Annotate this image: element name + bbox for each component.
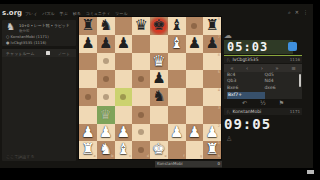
white-pawn-piece: ♟ bbox=[168, 124, 186, 142]
player-bar-white[interactable]: ♘ KonstanMobi 1171 bbox=[224, 108, 302, 115]
move-dest-dot bbox=[191, 23, 197, 29]
square-g1[interactable]: g bbox=[186, 141, 204, 159]
move-nav-toolbar: «‹›»≡ bbox=[224, 64, 302, 72]
menu-icon[interactable]: ⋮ bbox=[303, 9, 308, 16]
tab-chat-room[interactable]: チャットルーム bbox=[6, 51, 35, 56]
black-pawn-piece: ♟ bbox=[150, 70, 168, 88]
nav-item[interactable]: パズル bbox=[42, 11, 54, 16]
black-pawn-piece: ♟ bbox=[115, 35, 133, 53]
game-meta-line2: 数分前 bbox=[19, 29, 30, 33]
square-f4[interactable] bbox=[168, 88, 186, 106]
square-b5[interactable] bbox=[97, 70, 115, 88]
square-e7[interactable] bbox=[150, 35, 168, 53]
black-pawn-piece: ♟ bbox=[186, 35, 204, 53]
square-b4[interactable] bbox=[97, 88, 115, 106]
square-f5[interactable] bbox=[168, 70, 186, 88]
square-h3[interactable]: 3 bbox=[203, 106, 221, 124]
black-pawn-piece: ♟ bbox=[203, 35, 221, 53]
white-pawn-piece: ♟ bbox=[186, 124, 204, 142]
square-f2[interactable]: ♟ bbox=[168, 124, 186, 142]
resign-flag-icon[interactable]: ⚑ bbox=[279, 99, 284, 107]
letterbox-right bbox=[313, 4, 320, 168]
clock-white: 09:05 bbox=[224, 116, 271, 132]
square-h4[interactable]: 4 bbox=[203, 88, 221, 106]
square-a1[interactable]: ♜a bbox=[79, 141, 97, 159]
next-move-icon[interactable]: › bbox=[261, 64, 263, 72]
player-name: KonstanMobi bbox=[232, 109, 289, 114]
knight-icon: ♞ bbox=[6, 22, 15, 32]
meta-player-black[interactable]: ● IvCbgt3535 (1116) bbox=[6, 40, 46, 45]
square-a4[interactable] bbox=[79, 88, 97, 106]
move-dest-dot bbox=[138, 147, 144, 153]
square-g5[interactable] bbox=[186, 70, 204, 88]
video-frame: s.org プレイパズル学ぶ観るコミュニティツール ⌕✕⋮ ♞ 10+0 • レ… bbox=[0, 0, 320, 180]
ghost-piece: ♛ bbox=[97, 107, 115, 123]
nav-item[interactable]: ツール bbox=[115, 11, 127, 16]
square-d5[interactable] bbox=[132, 70, 150, 88]
square-f3[interactable] bbox=[168, 106, 186, 124]
coordinate-label: a bbox=[94, 155, 96, 159]
header-nav: プレイパズル学ぶ観るコミュニティツール bbox=[25, 11, 128, 16]
move-2[interactable]: Qd5 bbox=[265, 72, 303, 79]
white-pawn-piece: ♟ bbox=[97, 124, 115, 142]
square-b1[interactable]: ♞b bbox=[97, 141, 115, 159]
settings-button[interactable] bbox=[288, 42, 297, 51]
move-list: Bc4Qd5Qb3Nd4Bxe6dxe6Bxf7+ bbox=[224, 72, 302, 99]
square-f8[interactable]: ♝ bbox=[168, 17, 186, 35]
square-g2[interactable]: ♟ bbox=[186, 124, 204, 142]
black-knight-piece: ♞ bbox=[150, 88, 168, 106]
coordinate-label: g bbox=[200, 155, 202, 159]
black-pawn-piece: ♟ bbox=[97, 35, 115, 53]
nav-item[interactable]: 観る bbox=[73, 11, 81, 16]
lichess-logo[interactable]: s.org bbox=[2, 9, 22, 17]
square-c2[interactable]: ♟ bbox=[115, 124, 133, 142]
coordinate-label: e bbox=[165, 155, 167, 159]
square-e6[interactable]: ♛ bbox=[150, 53, 168, 71]
square-b2[interactable]: ♟ bbox=[97, 124, 115, 142]
square-e1[interactable]: ♚e bbox=[150, 141, 168, 159]
square-g6[interactable] bbox=[186, 53, 204, 71]
coordinate-label: 8 bbox=[218, 18, 220, 22]
chat-input-placeholder[interactable]: ここで議論する bbox=[6, 154, 34, 159]
move-list-scrollbar[interactable] bbox=[299, 74, 301, 87]
square-e8[interactable]: ♚ bbox=[150, 17, 168, 35]
tournament-icon: ♙ bbox=[226, 135, 232, 143]
coordinate-label: b bbox=[111, 155, 113, 159]
coordinate-label: 2 bbox=[218, 125, 220, 129]
square-c5[interactable] bbox=[115, 70, 133, 88]
square-a6[interactable] bbox=[79, 53, 97, 71]
zen-cloud-icon: ☁ bbox=[224, 31, 232, 40]
move-5[interactable]: Bxe6 bbox=[227, 85, 265, 92]
square-g8[interactable] bbox=[186, 17, 204, 35]
square-h1[interactable]: ♜h1 bbox=[203, 141, 221, 159]
move-dest-dot bbox=[103, 76, 109, 82]
nav-item[interactable]: プレイ bbox=[25, 11, 37, 16]
white-pawn-piece: ♟ bbox=[79, 124, 97, 142]
square-g7[interactable]: ♟ bbox=[186, 35, 204, 53]
coordinate-label: 6 bbox=[218, 54, 220, 58]
letterbox-top bbox=[0, 0, 320, 4]
move-7[interactable]: Bxf7+ bbox=[227, 92, 265, 99]
square-d6[interactable] bbox=[132, 53, 150, 71]
square-f6[interactable] bbox=[168, 53, 186, 71]
square-h2[interactable]: ♟2 bbox=[203, 124, 221, 142]
draw-offer-icon[interactable]: ½ bbox=[260, 99, 266, 107]
square-c8[interactable] bbox=[115, 17, 133, 35]
chat-header: チャットルーム ノート bbox=[2, 49, 76, 57]
square-c3[interactable] bbox=[115, 106, 133, 124]
square-e3[interactable] bbox=[150, 106, 168, 124]
white-queen-piece: ♛ bbox=[150, 53, 168, 71]
game-action-buttons: ↶½⚑ bbox=[224, 99, 302, 107]
square-b7[interactable]: ♟ bbox=[97, 35, 115, 53]
square-d1[interactable]: d bbox=[132, 141, 150, 159]
square-c1[interactable]: ♝c bbox=[115, 141, 133, 159]
square-d4[interactable] bbox=[132, 88, 150, 106]
white-king-piece: ♚ bbox=[150, 141, 168, 159]
square-h6[interactable]: 6 bbox=[203, 53, 221, 71]
lichess-page: s.org プレイパズル学ぶ観るコミュニティツール ⌕✕⋮ ♞ 10+0 • レ… bbox=[0, 4, 320, 168]
coordinate-label: 3 bbox=[218, 107, 220, 111]
coordinate-label: d bbox=[147, 155, 149, 159]
square-h8[interactable]: ♜8 bbox=[203, 17, 221, 35]
player-piece-icon: ♘ bbox=[226, 57, 230, 63]
white-bishop-piece: ♝ bbox=[168, 35, 186, 53]
game-meta-line1: 10+0 • レート戦 • ラピッド bbox=[19, 23, 70, 28]
square-d7[interactable] bbox=[132, 35, 150, 53]
coordinate-label: 4 bbox=[218, 89, 220, 93]
white-bishop-piece: ♝ bbox=[115, 141, 133, 159]
first-move-icon[interactable]: « bbox=[230, 64, 233, 72]
player-bar-black[interactable]: ♘ IvCbgt3535 1116 bbox=[224, 56, 302, 63]
black-bishop-piece: ♝ bbox=[168, 17, 186, 35]
search-icon[interactable]: ⌕ bbox=[288, 9, 291, 16]
board-menu-icon[interactable]: ≡ bbox=[291, 64, 296, 72]
square-f1[interactable]: f bbox=[168, 141, 186, 159]
square-c7[interactable]: ♟ bbox=[115, 35, 133, 53]
move-1[interactable]: Bc4 bbox=[227, 72, 265, 79]
meta-player-white[interactable]: ○ KonstanMobi (1171) bbox=[6, 34, 49, 39]
crosstable-score: 0 bbox=[217, 161, 220, 166]
square-d8[interactable]: ♛ bbox=[132, 17, 150, 35]
white-rook-piece: ♜ bbox=[79, 141, 97, 159]
square-d2[interactable] bbox=[132, 124, 150, 142]
crosstable-name: KonstanMobi bbox=[157, 161, 183, 166]
chat-panel: チャットルーム ノート ここで議論する bbox=[2, 49, 76, 161]
move-dest-dot bbox=[103, 94, 109, 100]
white-pawn-piece: ♟ bbox=[115, 124, 133, 142]
square-b6[interactable] bbox=[97, 53, 115, 71]
square-c6[interactable] bbox=[115, 53, 133, 71]
square-a2[interactable]: ♟ bbox=[79, 124, 97, 142]
game-meta-panel: ♞ 10+0 • レート戦 • ラピッド 数分前 ○ KonstanMobi (… bbox=[2, 20, 76, 46]
square-e2[interactable] bbox=[150, 124, 168, 142]
white-rook-piece: ♜ bbox=[203, 141, 221, 159]
square-h5[interactable]: 5 bbox=[203, 70, 221, 88]
nav-item[interactable]: 学ぶ bbox=[60, 11, 68, 16]
move-dest-dot bbox=[120, 94, 126, 100]
close-icon[interactable]: ✕ bbox=[295, 9, 299, 16]
square-a7[interactable]: ♟ bbox=[79, 35, 97, 53]
chat-toggle[interactable] bbox=[46, 51, 50, 55]
chess-board: ♜♞♛♚♝♜8♟♟♟♝♟♟7♛6♟5♞4♛3♟♟♟♟♟♟2♜a♞b♝cd♚efg… bbox=[79, 17, 221, 159]
player-name: IvCbgt3535 bbox=[232, 57, 289, 62]
square-g3[interactable] bbox=[186, 106, 204, 124]
move-4[interactable]: Nd4 bbox=[265, 78, 303, 85]
black-pawn-piece: ♟ bbox=[79, 35, 97, 53]
black-rook-piece: ♜ bbox=[79, 17, 97, 35]
header-icons: ⌕✕⋮ bbox=[288, 9, 308, 16]
nav-item[interactable]: コミュニティ bbox=[86, 11, 111, 16]
last-move-icon[interactable]: » bbox=[275, 64, 278, 72]
coordinate-label: f bbox=[183, 155, 184, 159]
square-b8[interactable]: ♞ bbox=[97, 17, 115, 35]
white-knight-piece: ♞ bbox=[97, 141, 115, 159]
coordinate-label: 1 bbox=[218, 142, 220, 146]
takeback-icon[interactable]: ↶ bbox=[242, 99, 247, 107]
move-6[interactable]: dxe6 bbox=[265, 85, 303, 92]
move-dest-dot bbox=[138, 76, 144, 82]
square-d3[interactable] bbox=[132, 106, 150, 124]
player-rating: 1116 bbox=[290, 57, 300, 62]
square-f7[interactable]: ♝ bbox=[168, 35, 186, 53]
square-a3[interactable] bbox=[79, 106, 97, 124]
black-king-piece: ♚ bbox=[150, 17, 168, 35]
black-knight-piece: ♞ bbox=[97, 17, 115, 35]
coordinate-label: h bbox=[218, 155, 220, 159]
prev-move-icon[interactable]: ‹ bbox=[246, 64, 248, 72]
player-rating: 1171 bbox=[290, 109, 300, 114]
square-e4[interactable]: ♞ bbox=[150, 88, 168, 106]
square-g4[interactable] bbox=[186, 88, 204, 106]
move-dest-dot bbox=[103, 58, 109, 64]
square-e5[interactable]: ♟ bbox=[150, 70, 168, 88]
black-queen-piece: ♛ bbox=[132, 17, 150, 35]
square-c4[interactable] bbox=[115, 88, 133, 106]
move-3[interactable]: Qb3 bbox=[227, 78, 265, 85]
coordinate-label: 5 bbox=[218, 71, 220, 75]
square-h7[interactable]: ♟7 bbox=[203, 35, 221, 53]
player-piece-icon: ♘ bbox=[226, 109, 230, 115]
clock-black: 05:03 bbox=[224, 40, 293, 54]
square-a8[interactable]: ♜ bbox=[79, 17, 97, 35]
move-dest-dot bbox=[85, 94, 91, 100]
letterbox-bottom bbox=[0, 168, 320, 180]
white-pawn-piece: ♟ bbox=[203, 124, 221, 142]
tab-notes[interactable]: ノート bbox=[58, 51, 70, 56]
move-dest-dot bbox=[138, 112, 144, 118]
square-a5[interactable] bbox=[79, 70, 97, 88]
move-dest-dot bbox=[138, 129, 144, 135]
coordinate-label: c bbox=[129, 155, 131, 159]
black-rook-piece: ♜ bbox=[203, 17, 221, 35]
square-b3[interactable]: ♛ bbox=[97, 106, 115, 124]
video-watermark bbox=[307, 170, 314, 174]
coordinate-label: 7 bbox=[218, 36, 220, 40]
